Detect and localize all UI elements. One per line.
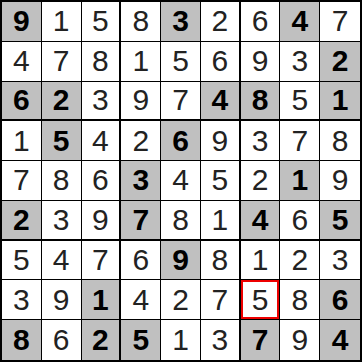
cell-r7c8[interactable]: 2	[280, 241, 320, 281]
cell-r3c3[interactable]: 3	[82, 82, 122, 122]
cell-r6c5[interactable]: 8	[161, 201, 201, 241]
cell-digit: 3	[132, 165, 149, 195]
cell-digit: 5	[252, 285, 269, 315]
cell-r7c7[interactable]: 1	[241, 241, 281, 281]
cell-digit: 8	[13, 325, 30, 355]
cell-digit: 3	[211, 325, 228, 355]
cell-digit: 2	[92, 325, 109, 355]
cell-r1c2[interactable]: 1	[42, 2, 82, 42]
cell-digit: 9	[332, 165, 349, 195]
sudoku-board: 9158326474781569326239748511542693787863…	[0, 0, 362, 362]
cell-r3c6[interactable]: 4	[201, 82, 241, 122]
cell-digit: 4	[132, 285, 149, 315]
cell-r1c3[interactable]: 5	[82, 2, 122, 42]
cell-r6c4[interactable]: 7	[121, 201, 161, 241]
cell-digit: 9	[252, 46, 269, 76]
cell-digit: 2	[332, 46, 349, 76]
cell-digit: 8	[252, 85, 269, 115]
cell-r7c9[interactable]: 3	[320, 241, 360, 281]
cell-r1c5[interactable]: 3	[161, 2, 201, 42]
cell-r9c1[interactable]: 8	[2, 320, 42, 360]
cell-digit: 2	[13, 205, 30, 235]
cell-r9c5[interactable]: 1	[161, 320, 201, 360]
cell-digit: 1	[132, 46, 149, 76]
cell-r2c5[interactable]: 5	[161, 42, 201, 82]
cell-r6c6[interactable]: 1	[201, 201, 241, 241]
cell-r7c2[interactable]: 4	[42, 241, 82, 281]
cell-digit: 5	[53, 126, 70, 156]
cell-r6c7[interactable]: 4	[241, 201, 281, 241]
selection-ring	[241, 280, 280, 319]
cell-r2c2[interactable]: 7	[42, 42, 82, 82]
cell-digit: 8	[172, 205, 189, 235]
cell-digit: 6	[252, 6, 269, 36]
cell-r2c3[interactable]: 8	[82, 42, 122, 82]
cell-r3c9[interactable]: 1	[320, 82, 360, 122]
cell-digit: 1	[211, 205, 228, 235]
cell-digit: 1	[53, 6, 70, 36]
cell-r6c8[interactable]: 6	[280, 201, 320, 241]
cell-r3c2[interactable]: 2	[42, 82, 82, 122]
cell-digit: 5	[211, 165, 228, 195]
cell-digit: 1	[172, 325, 189, 355]
cell-r9c3[interactable]: 2	[82, 320, 122, 360]
cell-r6c1[interactable]: 2	[2, 201, 42, 241]
cell-digit: 5	[132, 325, 149, 355]
cell-digit: 8	[291, 285, 308, 315]
cell-digit: 7	[172, 85, 189, 115]
cell-r3c8[interactable]: 5	[280, 82, 320, 122]
cell-r5c6[interactable]: 5	[201, 161, 241, 201]
cell-r5c1[interactable]: 7	[2, 161, 42, 201]
cell-digit: 1	[252, 245, 269, 275]
cell-digit: 7	[252, 325, 269, 355]
cell-digit: 1	[92, 285, 109, 315]
cell-r9c6[interactable]: 3	[201, 320, 241, 360]
cell-r1c8[interactable]: 4	[280, 2, 320, 42]
cell-r7c6[interactable]: 8	[201, 241, 241, 281]
cell-digit: 2	[172, 285, 189, 315]
cell-digit: 3	[92, 85, 109, 115]
cell-r4c5[interactable]: 6	[161, 121, 201, 161]
cell-digit: 6	[92, 165, 109, 195]
cell-r8c5[interactable]: 2	[161, 280, 201, 320]
cell-digit: 2	[211, 6, 228, 36]
cell-r8c4[interactable]: 4	[121, 280, 161, 320]
cell-digit: 2	[291, 245, 308, 275]
cell-digit: 2	[252, 165, 269, 195]
cell-digit: 6	[172, 126, 189, 156]
cell-digit: 6	[332, 285, 349, 315]
cell-digit: 9	[92, 205, 109, 235]
cell-r9c9[interactable]: 4	[320, 320, 360, 360]
cell-digit: 3	[53, 205, 70, 235]
cell-r5c2[interactable]: 8	[42, 161, 82, 201]
cell-r4c1[interactable]: 1	[2, 121, 42, 161]
cell-r2c9[interactable]: 2	[320, 42, 360, 82]
cell-r4c6[interactable]: 9	[201, 121, 241, 161]
cell-digit: 4	[13, 46, 30, 76]
cell-r8c3[interactable]: 1	[82, 280, 122, 320]
cell-digit: 5	[332, 205, 349, 235]
cell-r5c3[interactable]: 6	[82, 161, 122, 201]
cell-r7c3[interactable]: 7	[82, 241, 122, 281]
cell-r2c4[interactable]: 1	[121, 42, 161, 82]
cell-r5c8[interactable]: 1	[280, 161, 320, 201]
cell-digit: 5	[92, 6, 109, 36]
cell-r1c4[interactable]: 8	[121, 2, 161, 42]
cell-digit: 4	[291, 6, 308, 36]
cell-digit: 4	[252, 205, 269, 235]
cell-r1c7[interactable]: 6	[241, 2, 281, 42]
cell-digit: 4	[211, 85, 228, 115]
cell-r4c9[interactable]: 8	[320, 121, 360, 161]
cell-r4c4[interactable]: 2	[121, 121, 161, 161]
cell-r5c5[interactable]: 4	[161, 161, 201, 201]
cell-r8c8[interactable]: 8	[280, 280, 320, 320]
cell-r8c1[interactable]: 3	[2, 280, 42, 320]
cell-digit: 3	[172, 6, 189, 36]
cell-r1c6[interactable]: 2	[201, 2, 241, 42]
cell-digit: 3	[13, 285, 30, 315]
cell-digit: 7	[53, 46, 70, 76]
cell-digit: 4	[172, 165, 189, 195]
cell-digit: 9	[132, 85, 149, 115]
cell-r1c9[interactable]: 7	[320, 2, 360, 42]
cell-digit: 1	[13, 126, 30, 156]
cell-r2c8[interactable]: 3	[280, 42, 320, 82]
cell-digit: 3	[291, 46, 308, 76]
cell-digit: 3	[332, 245, 349, 275]
cell-r5c9[interactable]: 9	[320, 161, 360, 201]
cell-r5c7[interactable]: 2	[241, 161, 281, 201]
cell-digit: 7	[92, 245, 109, 275]
cell-digit: 6	[13, 85, 30, 115]
cell-digit: 2	[132, 126, 149, 156]
cell-r7c4[interactable]: 6	[121, 241, 161, 281]
cell-r9c8[interactable]: 9	[280, 320, 320, 360]
cell-digit: 9	[211, 126, 228, 156]
cell-r9c4[interactable]: 5	[121, 320, 161, 360]
cell-digit: 4	[332, 325, 349, 355]
cell-r6c9[interactable]: 5	[320, 201, 360, 241]
cell-digit: 9	[53, 285, 70, 315]
cell-r8c9[interactable]: 6	[320, 280, 360, 320]
cell-digit: 4	[53, 245, 70, 275]
cell-digit: 6	[211, 46, 228, 76]
cell-digit: 9	[291, 325, 308, 355]
cell-r2c7[interactable]: 9	[241, 42, 281, 82]
cell-digit: 5	[291, 85, 308, 115]
cell-r9c2[interactable]: 6	[42, 320, 82, 360]
cell-r1c1[interactable]: 9	[2, 2, 42, 42]
cell-r8c2[interactable]: 9	[42, 280, 82, 320]
cell-r6c3[interactable]: 9	[82, 201, 122, 241]
cell-r4c7[interactable]: 3	[241, 121, 281, 161]
cell-digit: 5	[172, 46, 189, 76]
cell-r8c6[interactable]: 7	[201, 280, 241, 320]
cell-digit: 8	[332, 126, 349, 156]
cell-digit: 7	[13, 165, 30, 195]
cell-r7c5[interactable]: 9	[161, 241, 201, 281]
cell-digit: 6	[132, 245, 149, 275]
cell-digit: 7	[291, 126, 308, 156]
cell-digit: 3	[252, 126, 269, 156]
cell-r2c1[interactable]: 4	[2, 42, 42, 82]
cell-digit: 9	[13, 6, 30, 36]
cell-r4c8[interactable]: 7	[280, 121, 320, 161]
cell-digit: 7	[132, 205, 149, 235]
cell-r4c3[interactable]: 4	[82, 121, 122, 161]
cell-digit: 6	[53, 325, 70, 355]
cell-digit: 2	[53, 85, 70, 115]
cell-r3c5[interactable]: 7	[161, 82, 201, 122]
cell-r9c7[interactable]: 7	[241, 320, 281, 360]
cell-r4c2[interactable]: 5	[42, 121, 82, 161]
cell-r5c4[interactable]: 3	[121, 161, 161, 201]
cell-digit: 7	[211, 285, 228, 315]
cell-r2c6[interactable]: 6	[201, 42, 241, 82]
cell-digit: 8	[211, 245, 228, 275]
cell-r8c7[interactable]: 5	[241, 280, 281, 320]
cell-digit: 1	[332, 85, 349, 115]
cell-r3c4[interactable]: 9	[121, 82, 161, 122]
cell-digit: 1	[291, 165, 308, 195]
cell-digit: 8	[53, 165, 70, 195]
cell-digit: 8	[92, 46, 109, 76]
cell-r7c1[interactable]: 5	[2, 241, 42, 281]
cell-r3c1[interactable]: 6	[2, 82, 42, 122]
cell-r6c2[interactable]: 3	[42, 201, 82, 241]
cell-digit: 9	[172, 245, 189, 275]
cell-digit: 6	[291, 205, 308, 235]
cell-digit: 4	[92, 126, 109, 156]
cell-r3c7[interactable]: 8	[241, 82, 281, 122]
cell-digit: 7	[332, 6, 349, 36]
cell-digit: 5	[13, 245, 30, 275]
cell-digit: 8	[132, 6, 149, 36]
